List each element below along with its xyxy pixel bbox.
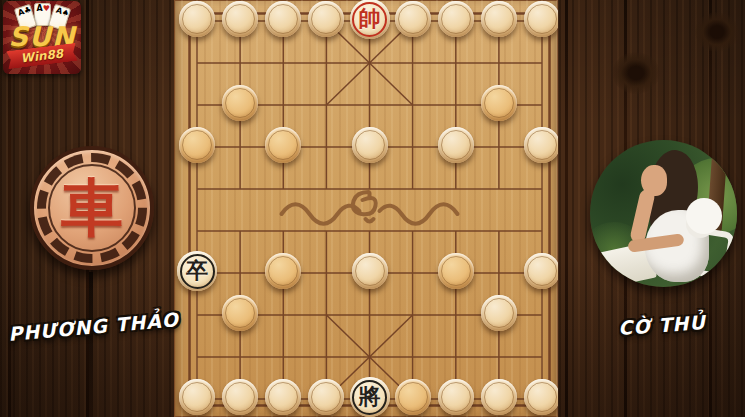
xiangqi-piece-black-soldier[interactable]: 卒 (177, 251, 217, 291)
rook-glyph: 車 (61, 166, 123, 250)
xiangqi-piece-facedown[interactable] (222, 85, 258, 121)
player-name-right: CỜ THỦ (585, 309, 738, 342)
player-avatar-right (590, 140, 737, 287)
xiangqi-piece-facedown[interactable] (265, 379, 301, 415)
xiangqi-piece-facedown[interactable] (524, 127, 558, 163)
xiangqi-piece-facedown[interactable] (438, 379, 474, 415)
xiangqi-piece-red-general[interactable]: 帥 (350, 0, 390, 39)
wood-knot (612, 52, 660, 94)
xiangqi-piece-facedown[interactable] (265, 253, 301, 289)
piece-glyph: 帥 (359, 8, 381, 30)
xiangqi-piece-facedown[interactable] (524, 253, 558, 289)
xiangqi-board: 帥卒將 (174, 0, 558, 417)
wood-knot (695, 12, 739, 52)
xiangqi-piece-facedown[interactable] (438, 1, 474, 37)
piece-glyph: 將 (359, 386, 381, 408)
screen: 帥卒將 A♣ A♥ A♠ SUN Win88 車 PHƯƠNG THẢO CỜ … (0, 0, 745, 417)
xiangqi-piece-facedown[interactable] (438, 253, 474, 289)
xiangqi-piece-facedown[interactable] (352, 127, 388, 163)
wood-plank-seam (89, 272, 93, 417)
logo-ribbon-text: Win88 (20, 46, 64, 65)
river-ornament (282, 192, 458, 224)
xiangqi-piece-facedown[interactable] (481, 1, 517, 37)
xiangqi-piece-facedown[interactable] (438, 127, 474, 163)
showcase-rook-medallion: 車 (30, 146, 154, 270)
board-grid (174, 0, 558, 417)
xiangqi-piece-facedown[interactable] (395, 1, 431, 37)
xiangqi-piece-facedown[interactable] (179, 127, 215, 163)
xiangqi-piece-facedown[interactable] (481, 85, 517, 121)
avatar-dress-ruffle (686, 198, 722, 234)
xiangqi-piece-facedown[interactable] (524, 379, 558, 415)
sunwin-logo[interactable]: A♣ A♥ A♠ SUN Win88 (3, 1, 81, 74)
xiangqi-piece-facedown[interactable] (395, 379, 431, 415)
xiangqi-piece-facedown[interactable] (179, 379, 215, 415)
xiangqi-piece-facedown[interactable] (222, 379, 258, 415)
wood-plank-seam (565, 0, 568, 417)
xiangqi-piece-facedown[interactable] (265, 127, 301, 163)
xiangqi-piece-facedown[interactable] (265, 1, 301, 37)
xiangqi-piece-facedown[interactable] (352, 253, 388, 289)
xiangqi-piece-facedown[interactable] (481, 295, 517, 331)
xiangqi-piece-facedown[interactable] (524, 1, 558, 37)
xiangqi-piece-facedown[interactable] (179, 1, 215, 37)
xiangqi-piece-black-general[interactable]: 將 (350, 377, 390, 417)
xiangqi-piece-facedown[interactable] (481, 379, 517, 415)
xiangqi-piece-facedown[interactable] (222, 1, 258, 37)
xiangqi-piece-facedown[interactable] (222, 295, 258, 331)
piece-glyph: 卒 (186, 260, 208, 282)
